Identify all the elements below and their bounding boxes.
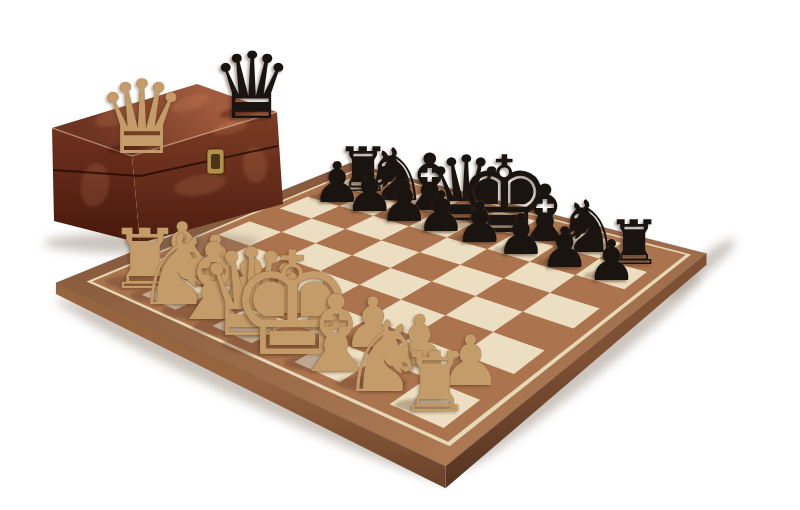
piece-shadow xyxy=(295,318,345,329)
piece-shadow xyxy=(310,193,351,202)
chess-set-product-photo: ♛♛♜♞♟♝♟♛♟♚♟♝♟♞♟♜♟♟♟♟♜♟♞♟♝♟♛♟♚♟♝♟♞♜ xyxy=(0,0,800,510)
piece-shadow xyxy=(255,302,305,313)
piece-shadow xyxy=(377,212,418,221)
piece-shadow xyxy=(584,271,625,280)
piece-shadow xyxy=(181,273,231,284)
piece-shadow xyxy=(386,353,436,364)
box-clasp-keyhole xyxy=(211,154,220,169)
piece-shadow xyxy=(452,234,493,243)
piece-shadow xyxy=(284,355,361,372)
piece-shadow xyxy=(537,258,578,267)
piece-shadow xyxy=(437,373,487,384)
piece-shadow xyxy=(105,275,165,288)
piece-shadow xyxy=(507,229,564,242)
piece-shadow xyxy=(339,335,389,346)
piece-shadow xyxy=(217,287,267,298)
piece-shadow xyxy=(553,241,606,253)
piece-shadow xyxy=(395,398,455,411)
piece-shadow xyxy=(130,288,201,304)
piece-shadow xyxy=(342,202,383,211)
piece-shadow xyxy=(333,181,377,191)
piece-shadow xyxy=(148,260,198,271)
scene-graphic xyxy=(0,0,800,510)
piece-shadow xyxy=(222,333,326,356)
piece-shadow xyxy=(493,245,534,254)
piece-shadow xyxy=(336,375,407,391)
piece-shadow xyxy=(413,223,454,232)
piece-shadow xyxy=(162,303,239,320)
piece-shadow xyxy=(604,254,648,264)
